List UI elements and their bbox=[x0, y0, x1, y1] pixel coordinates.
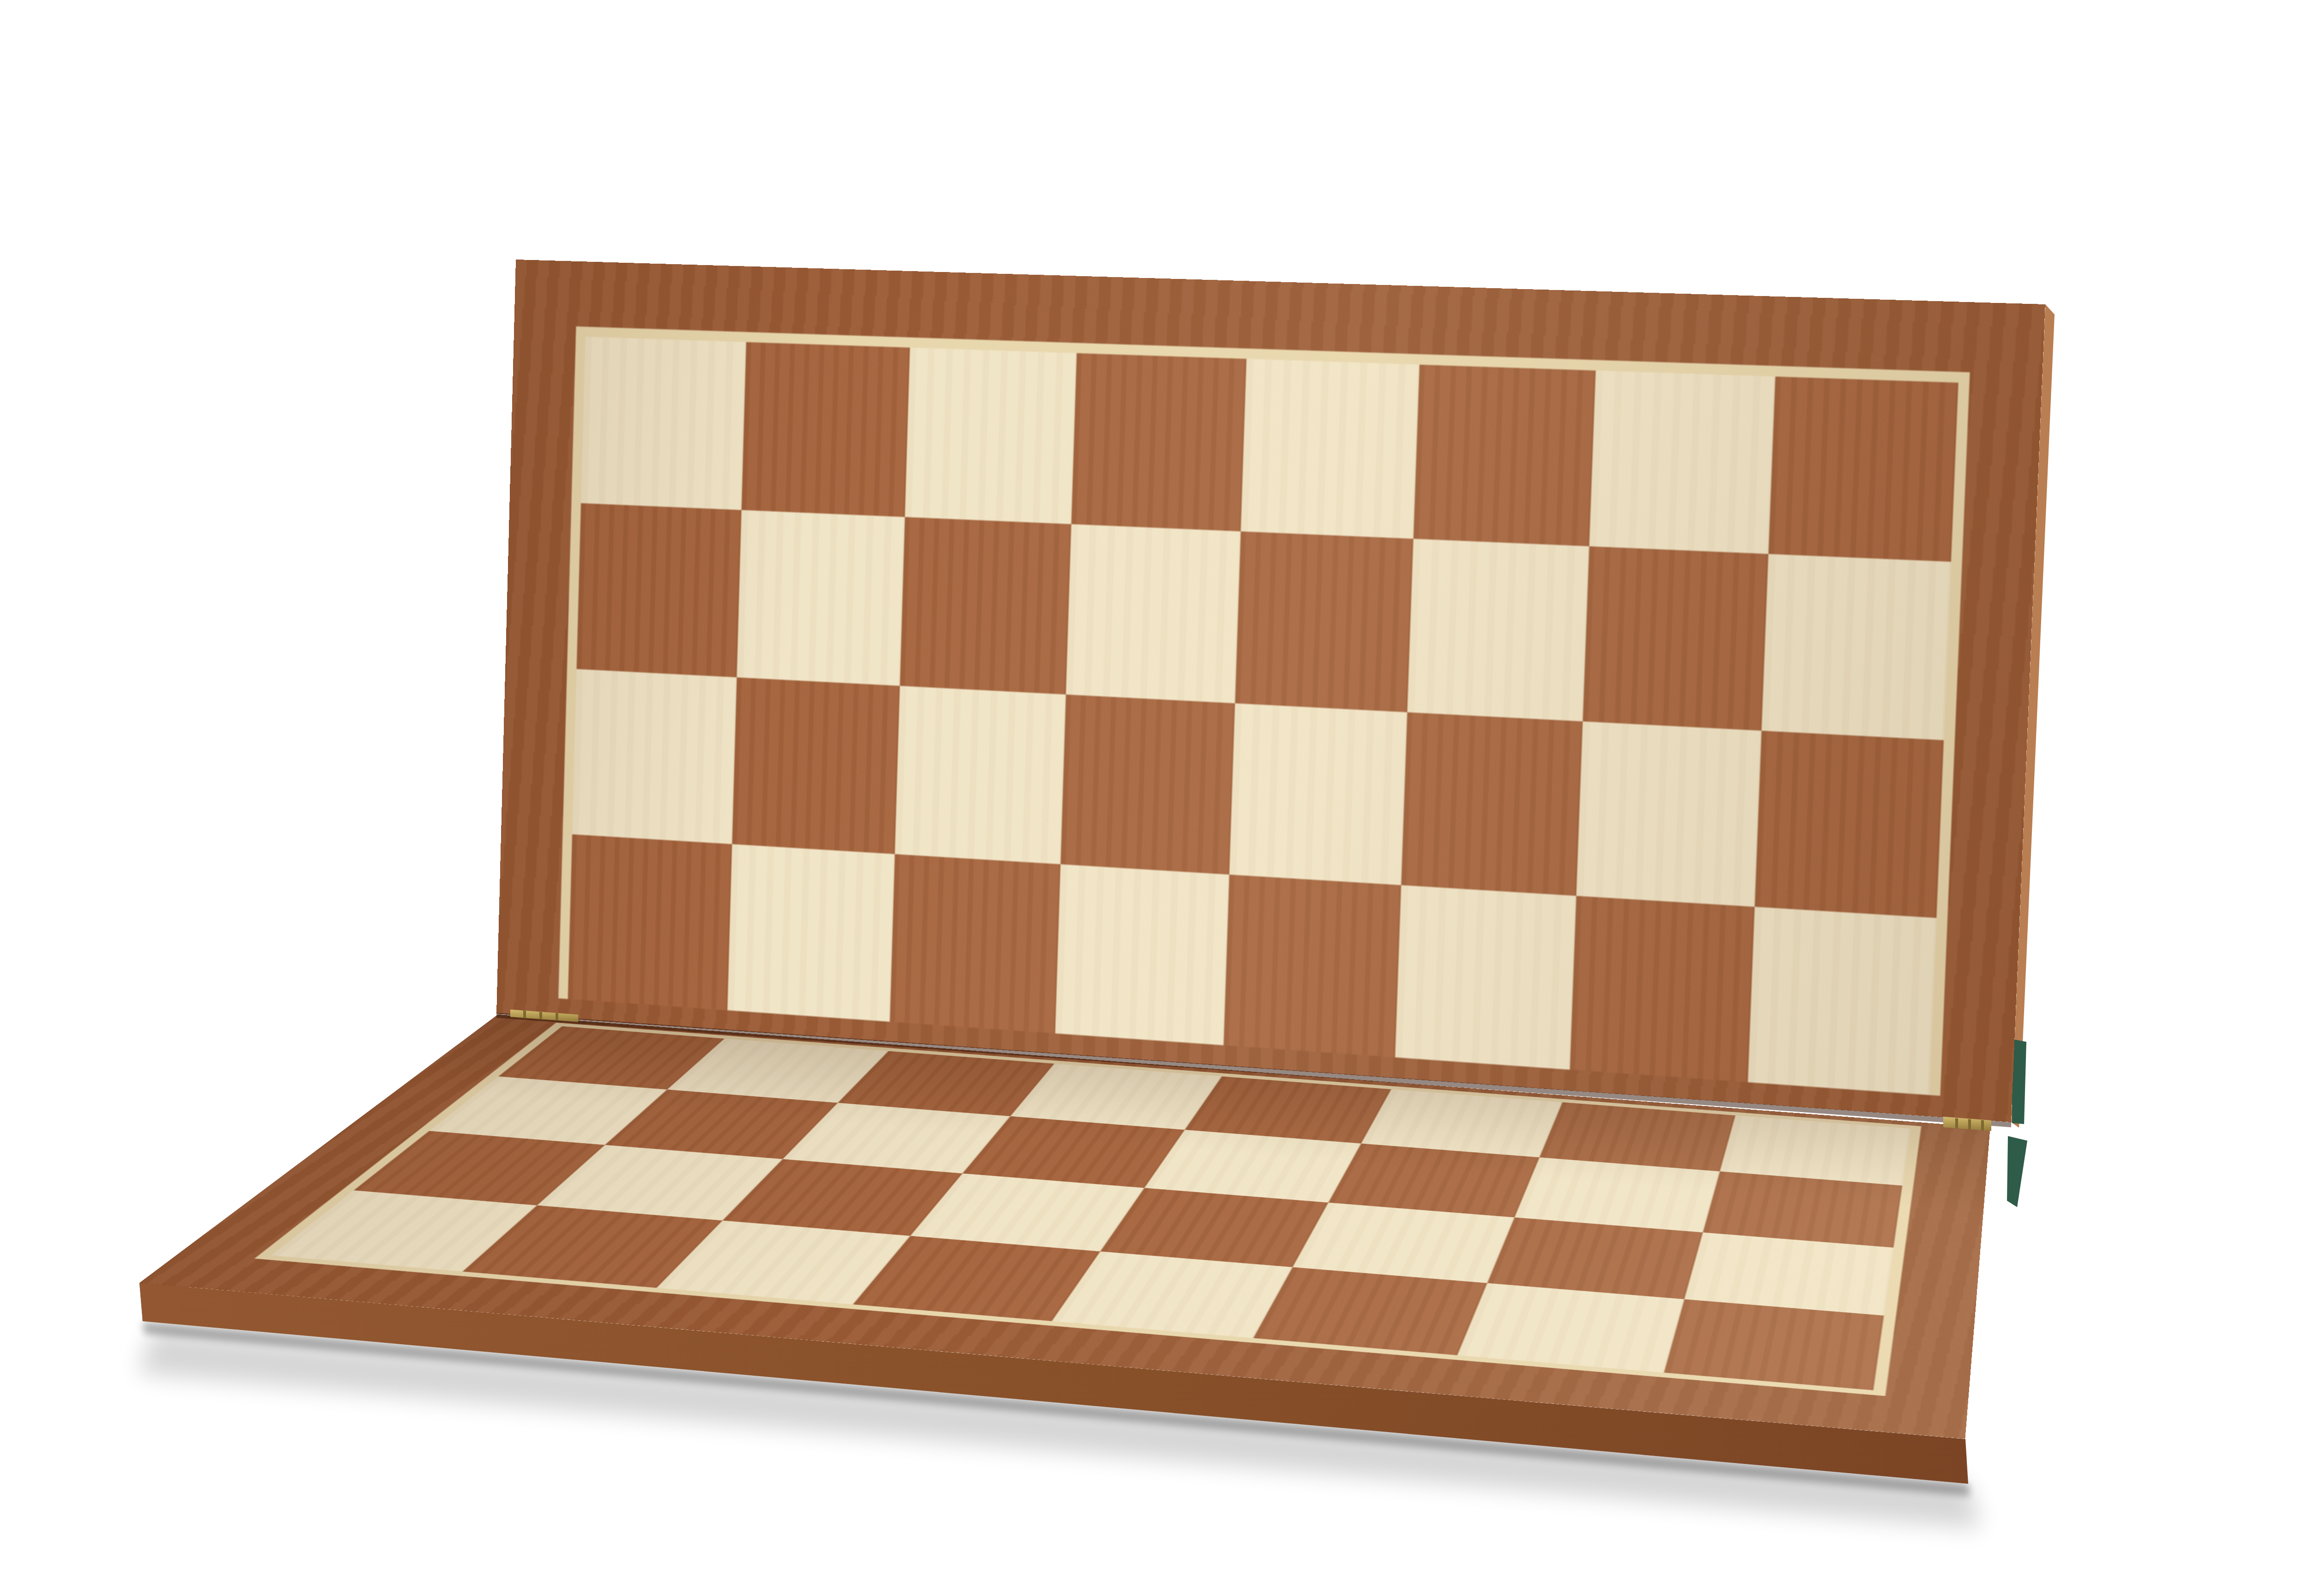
upright-board-half bbox=[496, 260, 2045, 1122]
dark-square bbox=[1253, 1267, 1487, 1355]
upright-checkerboard-field bbox=[568, 337, 1958, 1095]
dark-square bbox=[900, 517, 1071, 695]
dark-square bbox=[1061, 695, 1235, 875]
dark-square bbox=[1570, 896, 1754, 1082]
light-square bbox=[1576, 721, 1761, 907]
dark-square bbox=[890, 854, 1061, 1033]
light-square bbox=[737, 510, 905, 686]
dark-square bbox=[1768, 376, 1958, 562]
dark-square bbox=[742, 342, 910, 517]
light-square bbox=[905, 348, 1076, 524]
dark-square bbox=[568, 834, 732, 1010]
light-square bbox=[572, 669, 737, 844]
light-square bbox=[1761, 554, 1951, 740]
light-square bbox=[1055, 864, 1229, 1045]
light-square bbox=[1229, 703, 1407, 885]
dark-square bbox=[1583, 546, 1768, 731]
dark-square bbox=[732, 677, 900, 854]
light-square bbox=[727, 844, 895, 1022]
dark-square bbox=[1401, 712, 1583, 896]
photo-scene bbox=[0, 0, 2309, 1596]
light-square bbox=[1589, 370, 1775, 554]
light-square bbox=[581, 337, 746, 510]
light-square bbox=[1241, 359, 1420, 539]
light-square bbox=[1395, 885, 1576, 1070]
light-square bbox=[1407, 539, 1589, 721]
dark-square bbox=[1224, 875, 1402, 1058]
dark-square bbox=[1664, 1299, 1884, 1390]
dark-square bbox=[1755, 731, 1944, 918]
dark-square bbox=[1414, 365, 1596, 546]
green-felt-strip-upper bbox=[2012, 1039, 2026, 1124]
upright-maple-inlay-line bbox=[558, 326, 1970, 1096]
light-square bbox=[895, 686, 1066, 864]
light-square bbox=[1457, 1283, 1685, 1372]
dark-square bbox=[1235, 532, 1413, 713]
green-felt-strip-lower bbox=[2007, 1136, 2027, 1207]
light-square bbox=[1748, 907, 1936, 1095]
dark-square bbox=[577, 503, 742, 677]
light-square bbox=[1066, 524, 1241, 703]
dark-square bbox=[1071, 353, 1246, 532]
